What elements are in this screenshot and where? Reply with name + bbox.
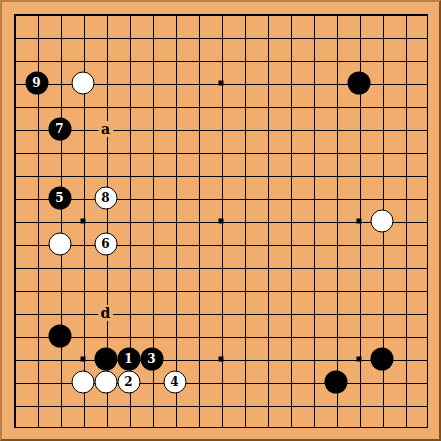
star-point <box>218 80 223 85</box>
star-point <box>356 218 361 223</box>
stone-black-move-3[interactable]: 3 <box>140 347 163 370</box>
stone-white[interactable] <box>71 370 94 393</box>
move-number-label: 1 <box>124 353 132 365</box>
stone-black-move-7[interactable]: 7 <box>48 117 71 140</box>
stone-white-move-6[interactable]: 6 <box>94 232 117 255</box>
stone-white-move-8[interactable]: 8 <box>94 186 117 209</box>
star-point <box>80 356 85 361</box>
letter-marker-d[interactable]: d <box>98 305 114 321</box>
star-point <box>218 218 223 223</box>
move-number-label: 7 <box>55 123 63 135</box>
go-board-frame: 975861324 ad <box>0 0 441 441</box>
stone-black[interactable] <box>324 370 347 393</box>
move-number-label: 4 <box>170 376 178 388</box>
stone-black[interactable] <box>48 324 71 347</box>
move-number-label: 2 <box>124 376 132 388</box>
stone-black-move-1[interactable]: 1 <box>117 347 140 370</box>
stone-white[interactable] <box>71 71 94 94</box>
stone-white[interactable] <box>370 209 393 232</box>
stone-white[interactable] <box>94 370 117 393</box>
move-number-label: 5 <box>55 192 63 204</box>
star-point <box>80 218 85 223</box>
stone-black-move-5[interactable]: 5 <box>48 186 71 209</box>
stone-black[interactable] <box>370 347 393 370</box>
stone-black[interactable] <box>347 71 370 94</box>
stone-white-move-2[interactable]: 2 <box>117 370 140 393</box>
move-number-label: 6 <box>101 238 109 250</box>
star-point <box>218 356 223 361</box>
stone-black[interactable] <box>94 347 117 370</box>
stone-white-move-4[interactable]: 4 <box>163 370 186 393</box>
star-point <box>356 356 361 361</box>
stone-black-move-9[interactable]: 9 <box>25 71 48 94</box>
stone-white[interactable] <box>48 232 71 255</box>
move-number-label: 8 <box>101 192 109 204</box>
move-number-label: 3 <box>147 353 155 365</box>
move-number-label: 9 <box>32 77 40 89</box>
letter-marker-a[interactable]: a <box>98 121 113 137</box>
go-board[interactable]: 975861324 ad <box>2 2 439 439</box>
